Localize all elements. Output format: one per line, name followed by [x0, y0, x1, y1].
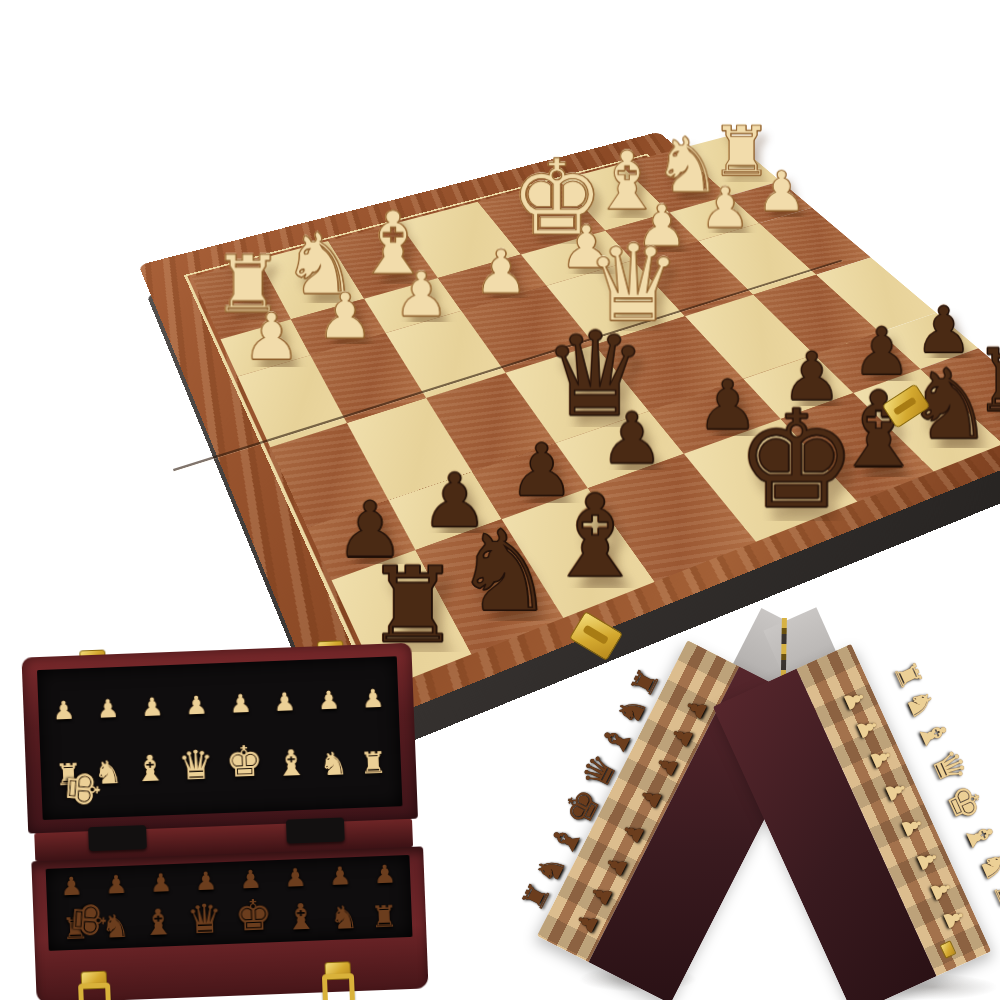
tray-pawn: ♟ [373, 862, 396, 888]
square-a4 [238, 355, 347, 447]
tent-dark-pawn: ♟ [681, 694, 712, 724]
white-pawn: ♟ [474, 242, 528, 302]
tray-pawn: ♟ [96, 696, 119, 722]
tray-pawn: ♟ [60, 874, 83, 900]
tray-pawn: ♟ [239, 867, 262, 893]
tray-rook: ♜ [370, 901, 398, 932]
white-pawn: ♟ [757, 164, 807, 219]
tent-dark-pawn: ♟ [652, 751, 683, 781]
tray-pawn: ♟ [52, 698, 75, 724]
lid-loose-king: ♚ [57, 768, 111, 811]
box-lid: ♟♟♟♟♟♟♟♟ ♜♞♝♛♚♝♞♜ ♚ [22, 643, 418, 834]
tray-bishop: ♝ [275, 745, 309, 782]
white-pawn: ♟ [317, 285, 374, 348]
tent-dark-pawn: ♟ [667, 722, 698, 752]
box-latch-right-icon [321, 961, 353, 1000]
base-loose-king: ♚ [63, 898, 117, 941]
tray-pawn: ♟ [185, 693, 208, 719]
tray-pawn: ♟ [149, 870, 172, 896]
storage-box: ♟♟♟♟♟♟♟♟ ♜♞♝♛♚♝♞♜ ♚ ♟♟♟♟♟♟♟♟ ♜♞♝♛♚♝♞♜ ♚ [22, 643, 429, 1000]
tent-light-pawn: ♟ [866, 743, 897, 773]
black-king: ♚ [736, 392, 857, 527]
lid-pawn-row: ♟♟♟♟♟♟♟♟ [46, 686, 391, 724]
open-chess-board: ♜♞♝♚♝♞♜♟♟♟♟♟♟♟♟♛♛♟♟♟♟♟♟♟♟♜♞♝♚♝♞♜ [212, 26, 872, 686]
tray-pawn: ♟ [194, 869, 217, 895]
tray-pawn: ♟ [317, 688, 340, 714]
tent-light-pawn: ♟ [912, 845, 943, 875]
black-pawn: ♟ [600, 403, 663, 474]
product-photo: ♜♞♝♚♝♞♜♟♟♟♟♟♟♟♟♛♛♟♟♟♟♟♟♟♟♜♞♝♚♝♞♜ ♟♟♟♟♟♟♟… [0, 0, 1000, 1000]
tray-pawn: ♟ [284, 865, 307, 891]
box-latch-left-icon [78, 971, 110, 1000]
board-squares: ♜♞♝♚♝♞♜♟♟♟♟♟♟♟♟♛♛♟♟♟♟♟♟♟♟♜♞♝♚♝♞♜ [192, 158, 948, 668]
latch-ring [322, 973, 355, 1000]
tray-bishop: ♝ [141, 904, 175, 941]
latch-ring [78, 983, 111, 1000]
foam-pad-left [88, 825, 147, 851]
tray-queen: ♛ [177, 744, 214, 785]
tray-pawn: ♟ [273, 689, 296, 715]
folded-board-tent: ♜♟♞♟♝♟♛♟♚♟♝♟♞♟♜♟ ♟♜♟♞♟♝♟♛♟♚♟♝♟♞♟♜ [538, 598, 998, 1000]
tray-knight: ♞ [319, 747, 349, 780]
tray-pawn: ♟ [140, 694, 163, 720]
tray-pawn: ♟ [229, 691, 252, 717]
base-felt-tray: ♟♟♟♟♟♟♟♟ ♜♞♝♛♚♝♞♜ ♚ [46, 855, 413, 951]
tray-knight: ♞ [329, 901, 359, 934]
tent-light-pawn: ♟ [839, 685, 870, 715]
foam-pad-right [286, 817, 345, 843]
lid-felt-tray: ♟♟♟♟♟♟♟♟ ♜♞♝♛♚♝♞♜ ♚ [37, 656, 402, 820]
tray-king: ♚ [225, 740, 264, 783]
tray-bishop: ♝ [284, 898, 318, 935]
black-bishop: ♝ [544, 480, 646, 594]
tray-king: ♚ [234, 894, 273, 937]
white-pawn: ♟ [700, 180, 750, 236]
tent-light-pawn: ♟ [897, 812, 928, 842]
tent-dark-pawn: ♟ [601, 851, 632, 881]
tent-dark-pawn: ♟ [618, 818, 649, 848]
white-pawn: ♟ [393, 264, 448, 326]
tent-light-pawn: ♟ [852, 713, 883, 743]
tray-pawn: ♟ [361, 686, 384, 712]
tray-queen: ♛ [186, 898, 223, 939]
white-pawn: ♟ [243, 305, 301, 369]
tray-pawn: ♟ [328, 864, 351, 890]
tent-light-pawn: ♟ [881, 776, 912, 806]
tray-pawn: ♟ [105, 872, 128, 898]
tray-bishop: ♝ [133, 750, 167, 787]
tray-rook: ♜ [359, 748, 387, 779]
tent-dark-pawn: ♟ [636, 783, 667, 813]
